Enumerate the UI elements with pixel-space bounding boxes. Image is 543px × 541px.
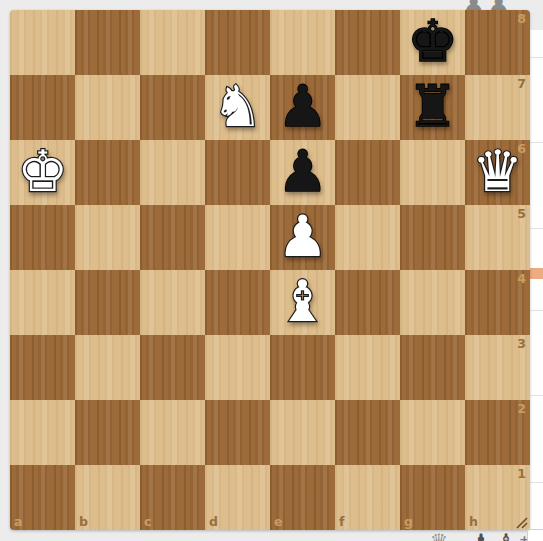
- square-f7[interactable]: [335, 75, 400, 140]
- square-f1[interactable]: f: [335, 465, 400, 530]
- square-a8[interactable]: [10, 10, 75, 75]
- square-h8[interactable]: 8: [465, 10, 530, 75]
- rank-label-5: 5: [517, 208, 526, 221]
- square-g2[interactable]: [400, 400, 465, 465]
- square-c3[interactable]: [140, 335, 205, 400]
- square-f4[interactable]: [335, 270, 400, 335]
- square-a5[interactable]: [10, 205, 75, 270]
- square-b4[interactable]: [75, 270, 140, 335]
- file-label-h: h: [469, 516, 478, 529]
- square-a2[interactable]: [10, 400, 75, 465]
- square-b8[interactable]: [75, 10, 140, 75]
- square-c4[interactable]: [140, 270, 205, 335]
- panel-divider: [530, 228, 543, 229]
- square-e1[interactable]: e: [270, 465, 335, 530]
- panel-divider: [530, 395, 543, 396]
- panel-divider: [530, 310, 543, 311]
- piece-white-king[interactable]: ♚: [10, 140, 75, 205]
- rank-label-8: 8: [517, 13, 526, 26]
- piece-white-knight[interactable]: ♞: [205, 75, 270, 140]
- square-h7[interactable]: 7: [465, 75, 530, 140]
- square-a4[interactable]: [10, 270, 75, 335]
- panel-button[interactable]: [527, 529, 543, 541]
- piece-white-pawn[interactable]: ♟: [270, 205, 335, 270]
- square-c2[interactable]: [140, 400, 205, 465]
- square-h6[interactable]: 6♛: [465, 140, 530, 205]
- page: { "game": "chess", "position": { "fen": …: [0, 0, 543, 541]
- square-e3[interactable]: [270, 335, 335, 400]
- captured-queen-icon: ♛: [430, 531, 448, 541]
- piece-black-king[interactable]: ♚: [400, 10, 465, 75]
- chess-board: ♚8♞♟♜7♚♟6♛♟5♝432abcdefg1h: [10, 10, 530, 530]
- file-label-g: g: [404, 516, 413, 529]
- square-c6[interactable]: [140, 140, 205, 205]
- square-c1[interactable]: c: [140, 465, 205, 530]
- square-h5[interactable]: 5: [465, 205, 530, 270]
- square-f8[interactable]: [335, 10, 400, 75]
- panel-divider: [530, 142, 543, 143]
- rank-label-1: 1: [517, 468, 526, 481]
- square-f5[interactable]: [335, 205, 400, 270]
- piece-black-pawn[interactable]: ♟: [270, 140, 335, 205]
- square-a6[interactable]: ♚: [10, 140, 75, 205]
- square-b2[interactable]: [75, 400, 140, 465]
- square-h3[interactable]: 3: [465, 335, 530, 400]
- square-f3[interactable]: [335, 335, 400, 400]
- square-g4[interactable]: [400, 270, 465, 335]
- square-a3[interactable]: [10, 335, 75, 400]
- square-b3[interactable]: [75, 335, 140, 400]
- square-e4[interactable]: ♝: [270, 270, 335, 335]
- square-b1[interactable]: b: [75, 465, 140, 530]
- piece-black-pawn[interactable]: ♟: [270, 75, 335, 140]
- square-d1[interactable]: d: [205, 465, 270, 530]
- square-g6[interactable]: [400, 140, 465, 205]
- square-g7[interactable]: ♜: [400, 75, 465, 140]
- square-d8[interactable]: [205, 10, 270, 75]
- square-d5[interactable]: [205, 205, 270, 270]
- square-g1[interactable]: g: [400, 465, 465, 530]
- square-f2[interactable]: [335, 400, 400, 465]
- rank-label-3: 3: [517, 338, 526, 351]
- piece-white-bishop[interactable]: ♝: [270, 270, 335, 335]
- file-label-b: b: [79, 516, 88, 529]
- square-c7[interactable]: [140, 75, 205, 140]
- square-d7[interactable]: ♞: [205, 75, 270, 140]
- rank-label-4: 4: [517, 273, 526, 286]
- file-label-a: a: [14, 516, 22, 529]
- square-b7[interactable]: [75, 75, 140, 140]
- square-e7[interactable]: ♟: [270, 75, 335, 140]
- square-b6[interactable]: [75, 140, 140, 205]
- square-h4[interactable]: 4: [465, 270, 530, 335]
- square-e8[interactable]: [270, 10, 335, 75]
- panel-divider: [530, 57, 543, 58]
- side-panel: [530, 30, 543, 541]
- panel-highlighted-row: [530, 268, 543, 279]
- rank-label-2: 2: [517, 403, 526, 416]
- square-h1[interactable]: 1h: [465, 465, 530, 530]
- square-h2[interactable]: 2: [465, 400, 530, 465]
- square-d2[interactable]: [205, 400, 270, 465]
- captured-pawn-icon: ♟: [472, 531, 490, 541]
- square-g3[interactable]: [400, 335, 465, 400]
- square-f6[interactable]: [335, 140, 400, 205]
- square-e5[interactable]: ♟: [270, 205, 335, 270]
- square-a1[interactable]: a: [10, 465, 75, 530]
- square-e2[interactable]: [270, 400, 335, 465]
- panel-divider: [530, 482, 543, 483]
- rank-label-7: 7: [517, 78, 526, 91]
- square-g8[interactable]: ♚: [400, 10, 465, 75]
- piece-white-queen[interactable]: ♛: [465, 140, 530, 205]
- file-label-c: c: [144, 516, 151, 529]
- captured-bishop-icon: ♝: [497, 531, 515, 541]
- square-a7[interactable]: [10, 75, 75, 140]
- square-c5[interactable]: [140, 205, 205, 270]
- square-d3[interactable]: [205, 335, 270, 400]
- square-g5[interactable]: [400, 205, 465, 270]
- square-e6[interactable]: ♟: [270, 140, 335, 205]
- square-d4[interactable]: [205, 270, 270, 335]
- file-label-e: e: [274, 516, 282, 529]
- file-label-f: f: [339, 516, 344, 529]
- square-c8[interactable]: [140, 10, 205, 75]
- board-resize-handle-icon[interactable]: [514, 514, 528, 528]
- square-b5[interactable]: [75, 205, 140, 270]
- piece-black-rook[interactable]: ♜: [400, 75, 465, 140]
- file-label-d: d: [209, 516, 218, 529]
- square-d6[interactable]: [205, 140, 270, 205]
